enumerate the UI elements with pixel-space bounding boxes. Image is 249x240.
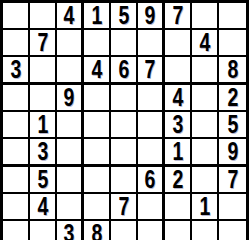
cell-r9c7[interactable] xyxy=(165,221,192,240)
given-digit: 8 xyxy=(227,57,238,82)
given-digit: 4 xyxy=(37,194,48,219)
cell-r9c4[interactable]: 8 xyxy=(84,221,111,240)
cell-r4c5[interactable] xyxy=(111,85,138,112)
cell-r9c9[interactable] xyxy=(219,221,246,240)
cell-r8c4[interactable] xyxy=(84,194,111,221)
cell-r7c3[interactable] xyxy=(57,167,84,194)
cell-r3c2[interactable] xyxy=(30,57,57,85)
cell-r5c2[interactable]: 1 xyxy=(30,112,57,139)
cell-r5c4[interactable] xyxy=(84,112,111,139)
cell-r2c8[interactable]: 4 xyxy=(192,30,219,57)
given-digit: 8 xyxy=(91,221,102,240)
cell-r4c4[interactable] xyxy=(84,85,111,112)
given-digit: 7 xyxy=(227,167,238,192)
given-digit: 4 xyxy=(199,30,210,55)
given-digit: 9 xyxy=(145,3,156,28)
cell-r4c8[interactable] xyxy=(192,85,219,112)
cell-r1c2[interactable] xyxy=(30,3,57,30)
cell-r6c5[interactable] xyxy=(111,139,138,167)
cell-r1c9[interactable] xyxy=(219,3,246,30)
cell-r8c5[interactable]: 7 xyxy=(111,194,138,221)
cell-r4c1[interactable] xyxy=(3,85,30,112)
given-digit: 4 xyxy=(172,85,183,110)
cell-r6c6[interactable] xyxy=(138,139,165,167)
given-digit: 5 xyxy=(227,112,238,137)
cell-r5c3[interactable] xyxy=(57,112,84,139)
given-digit: 4 xyxy=(64,3,75,28)
cell-r1c8[interactable] xyxy=(192,3,219,30)
cell-r3c9[interactable]: 8 xyxy=(219,57,246,85)
given-digit: 3 xyxy=(172,112,183,137)
cell-r1c7[interactable]: 7 xyxy=(165,3,192,30)
cell-r2c6[interactable] xyxy=(138,30,165,57)
given-digit: 3 xyxy=(37,139,48,164)
cell-r2c4[interactable] xyxy=(84,30,111,57)
cell-r3c3[interactable] xyxy=(57,57,84,85)
cell-r3c7[interactable] xyxy=(165,57,192,85)
cell-r5c1[interactable] xyxy=(3,112,30,139)
given-digit: 5 xyxy=(118,3,129,28)
given-digit: 6 xyxy=(118,57,129,82)
given-digit: 3 xyxy=(10,57,21,82)
given-digit: 7 xyxy=(172,3,183,28)
cell-r6c3[interactable] xyxy=(57,139,84,167)
cell-r8c8[interactable]: 1 xyxy=(192,194,219,221)
cell-r5c5[interactable] xyxy=(111,112,138,139)
cell-r7c9[interactable]: 7 xyxy=(219,167,246,194)
given-digit: 2 xyxy=(227,85,238,110)
given-digit: 1 xyxy=(91,3,102,28)
cell-r1c6[interactable]: 9 xyxy=(138,3,165,30)
given-digit: 7 xyxy=(145,57,156,82)
given-digit: 9 xyxy=(64,85,75,110)
cell-r7c8[interactable] xyxy=(192,167,219,194)
cell-r7c5[interactable] xyxy=(111,167,138,194)
given-digit: 7 xyxy=(118,194,129,219)
cell-r9c8[interactable] xyxy=(192,221,219,240)
cell-r9c6[interactable] xyxy=(138,221,165,240)
cell-r7c1[interactable] xyxy=(3,167,30,194)
cell-r3c4[interactable]: 4 xyxy=(84,57,111,85)
cell-r6c4[interactable] xyxy=(84,139,111,167)
cell-r1c3[interactable]: 4 xyxy=(57,3,84,30)
cell-r8c7[interactable] xyxy=(165,194,192,221)
cell-r8c9[interactable] xyxy=(219,194,246,221)
given-digit: 2 xyxy=(172,167,183,192)
cell-r2c7[interactable] xyxy=(165,30,192,57)
cell-r8c1[interactable] xyxy=(3,194,30,221)
cell-r1c4[interactable]: 1 xyxy=(84,3,111,30)
sudoku-board: 415977434678942135319562747138 xyxy=(0,0,249,240)
cell-r1c5[interactable]: 5 xyxy=(111,3,138,30)
cell-r6c7[interactable]: 1 xyxy=(165,139,192,167)
cell-r8c3[interactable] xyxy=(57,194,84,221)
given-digit: 1 xyxy=(37,112,48,137)
cell-r4c9[interactable]: 2 xyxy=(219,85,246,112)
given-digit: 1 xyxy=(199,194,210,219)
cell-r3c6[interactable]: 7 xyxy=(138,57,165,85)
cell-r6c1[interactable] xyxy=(3,139,30,167)
cell-r4c6[interactable] xyxy=(138,85,165,112)
cell-r9c2[interactable] xyxy=(30,221,57,240)
given-digit: 1 xyxy=(172,139,183,164)
cell-r9c3[interactable]: 3 xyxy=(57,221,84,240)
cell-r2c5[interactable] xyxy=(111,30,138,57)
cell-r5c7[interactable]: 3 xyxy=(165,112,192,139)
cell-r4c2[interactable] xyxy=(30,85,57,112)
cell-r2c9[interactable] xyxy=(219,30,246,57)
cell-r6c9[interactable]: 9 xyxy=(219,139,246,167)
given-digit: 4 xyxy=(91,57,102,82)
cell-r9c5[interactable] xyxy=(111,221,138,240)
cell-r3c5[interactable]: 6 xyxy=(111,57,138,85)
cell-r1c1[interactable] xyxy=(3,3,30,30)
cell-r3c1[interactable]: 3 xyxy=(3,57,30,85)
cell-r6c8[interactable] xyxy=(192,139,219,167)
given-digit: 6 xyxy=(145,167,156,192)
cell-r7c7[interactable]: 2 xyxy=(165,167,192,194)
given-digit: 3 xyxy=(64,221,75,240)
cell-r4c7[interactable]: 4 xyxy=(165,85,192,112)
cell-r7c2[interactable]: 5 xyxy=(30,167,57,194)
cell-r2c1[interactable] xyxy=(3,30,30,57)
cell-r2c3[interactable] xyxy=(57,30,84,57)
given-digit: 5 xyxy=(37,167,48,192)
cell-r7c4[interactable] xyxy=(84,167,111,194)
cell-r5c9[interactable]: 5 xyxy=(219,112,246,139)
cell-r3c8[interactable] xyxy=(192,57,219,85)
cell-r5c8[interactable] xyxy=(192,112,219,139)
cell-r4c3[interactable]: 9 xyxy=(57,85,84,112)
cell-r2c2[interactable]: 7 xyxy=(30,30,57,57)
given-digit: 9 xyxy=(227,139,238,164)
given-digit: 7 xyxy=(37,30,48,55)
cell-r8c6[interactable] xyxy=(138,194,165,221)
cell-r5c6[interactable] xyxy=(138,112,165,139)
cell-r6c2[interactable]: 3 xyxy=(30,139,57,167)
cell-r8c2[interactable]: 4 xyxy=(30,194,57,221)
cell-r7c6[interactable]: 6 xyxy=(138,167,165,194)
cell-r9c1[interactable] xyxy=(3,221,30,240)
